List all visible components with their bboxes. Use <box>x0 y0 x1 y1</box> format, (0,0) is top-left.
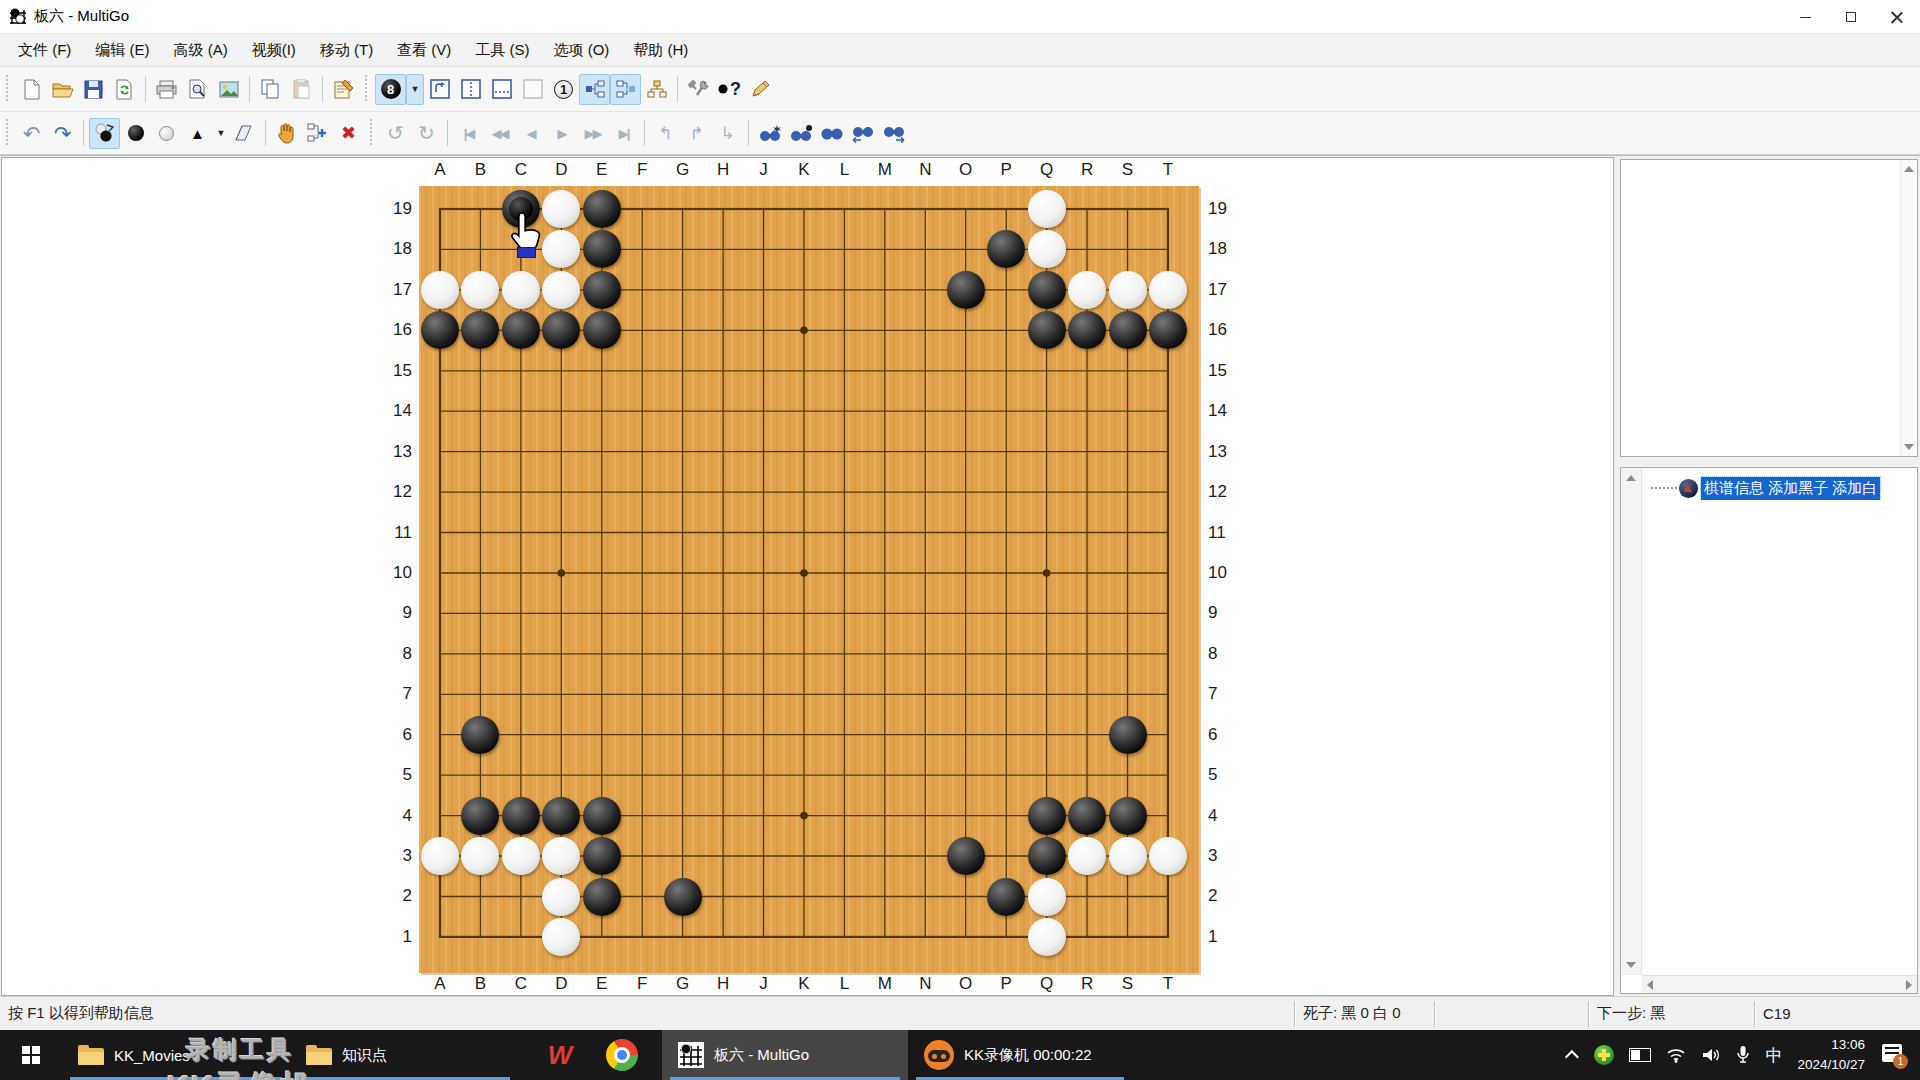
coord-number-left: 17 <box>362 280 412 300</box>
jump-variation-button[interactable]: ↳ <box>712 118 743 149</box>
rewind-button[interactable]: ◀◀ <box>484 118 515 149</box>
coord-letter-bottom: N <box>913 974 937 994</box>
multigo-icon <box>678 1042 704 1068</box>
coord-letter-bottom: F <box>630 974 654 994</box>
coord-number-left: 18 <box>362 239 412 259</box>
black-stone-button[interactable] <box>120 118 151 149</box>
watermark-line2: KK录像机 <box>160 1066 320 1080</box>
show-top-half-button[interactable] <box>486 74 517 105</box>
prev-variation-button[interactable]: ↰ <box>650 118 681 149</box>
tree-horizontal-scrollbar[interactable] <box>1642 975 1917 993</box>
coord-letter-bottom: A <box>428 974 452 994</box>
find-move-button[interactable] <box>785 118 816 149</box>
toolbar-separator <box>447 120 448 146</box>
go-board[interactable] <box>419 186 1199 973</box>
toolbar-separator <box>644 120 645 146</box>
show-full-board-button[interactable] <box>517 74 548 105</box>
context-help-button[interactable]: ? <box>714 74 745 105</box>
scroll-left-icon[interactable] <box>1647 980 1653 990</box>
print-button[interactable] <box>151 74 182 105</box>
coord-number-left: 15 <box>362 361 412 381</box>
watermark-line1: 录制工具 <box>160 1034 320 1066</box>
fast-forward-button[interactable]: ▶▶ <box>577 118 608 149</box>
window-title: 板六 - MultiGo <box>34 7 129 26</box>
coord-number-left: 16 <box>362 320 412 340</box>
triangle-icon: ▲ <box>190 126 205 141</box>
coord-number-left: 12 <box>362 482 412 502</box>
next-variation-button[interactable]: ↱ <box>681 118 712 149</box>
coord-letter-top: R <box>1075 160 1099 180</box>
find-comment-button[interactable] <box>754 118 785 149</box>
menu-file[interactable]: 文件 (F) <box>6 36 83 65</box>
toolbar-grip[interactable] <box>362 75 371 103</box>
coord-number-right: 13 <box>1208 442 1258 462</box>
coord-letter-top: D <box>549 160 573 180</box>
delete-icon: ✖ <box>341 122 356 144</box>
taskbar-item-label: 知识点 <box>342 1046 387 1065</box>
first-move-icon: |◀ <box>464 126 474 141</box>
coord-letter-top: K <box>792 160 816 180</box>
taskbar-item-label: KK录像机 00:00:22 <box>964 1046 1092 1065</box>
forward-button[interactable]: ↻ <box>411 118 442 149</box>
coord-number-left: 7 <box>362 684 412 704</box>
mark-dropdown[interactable]: ▼ <box>213 118 229 149</box>
board-panel: AA1919BB1818CC1717DD1616EE1515FF1414GG13… <box>1 157 1614 996</box>
coord-letter-top: N <box>913 160 937 180</box>
coord-number-right: 8 <box>1208 644 1258 664</box>
undo-button[interactable]: ↶ <box>16 118 47 149</box>
battery-icon[interactable] <box>1629 1048 1651 1062</box>
menu-options[interactable]: 选项 (O) <box>542 36 622 65</box>
coord-letter-top: B <box>468 160 492 180</box>
coord-number-right: 17 <box>1208 280 1258 300</box>
variation-jump-icon: ↳ <box>720 125 734 142</box>
tree-branch-line <box>1651 487 1677 489</box>
coord-letter-bottom: L <box>832 974 856 994</box>
coord-letter-bottom: S <box>1115 974 1139 994</box>
white-stone-button[interactable] <box>151 118 182 149</box>
coord-number-right: 14 <box>1208 401 1258 421</box>
minimize-button[interactable] <box>1782 0 1828 34</box>
coord-number-right: 18 <box>1208 239 1258 259</box>
paste-button[interactable] <box>286 74 317 105</box>
first-move-button[interactable]: |◀ <box>453 118 484 149</box>
coord-letter-top: M <box>873 160 897 180</box>
save-button[interactable] <box>78 74 109 105</box>
coord-number-left: 9 <box>362 603 412 623</box>
scroll-up-icon[interactable] <box>1904 166 1914 172</box>
coord-letter-top: T <box>1156 160 1180 180</box>
scroll-up-icon[interactable] <box>1626 475 1636 481</box>
close-icon <box>1891 11 1903 23</box>
toolbar-separator <box>677 76 678 102</box>
menu-video[interactable]: 视频(I) <box>240 36 308 65</box>
app-icon <box>8 7 28 27</box>
coord-number-left: 6 <box>362 725 412 745</box>
coord-number-left: 13 <box>362 442 412 462</box>
toolbar-edit-nav: ↶ ↷ ▲ ▼ ✖ ↺ ↻ |◀ ◀◀ ◀ ▶ ▶▶ ▶| ↰ ↱ ↳ <box>0 112 1920 155</box>
coord-letter-bottom: J <box>752 974 776 994</box>
status-help-text: 按 F1 以得到帮助信息 <box>0 1004 1294 1023</box>
coord-letter-top: P <box>994 160 1018 180</box>
edit-board-button[interactable] <box>745 74 776 105</box>
taskbar-item-label: 板六 - MultiGo <box>714 1046 809 1065</box>
coord-number-left: 2 <box>362 886 412 906</box>
minimize-icon <box>1800 17 1811 18</box>
status-captures: 死子: 黑 0 白 0 <box>1294 1001 1434 1027</box>
find-next-button[interactable] <box>878 118 909 149</box>
print-preview-button[interactable] <box>182 74 213 105</box>
coord-number-right: 11 <box>1208 523 1258 543</box>
coord-letter-top: G <box>671 160 695 180</box>
clock-time: 13:06 <box>1797 1035 1865 1055</box>
coord-letter-top: F <box>630 160 654 180</box>
export-image-button[interactable] <box>213 74 244 105</box>
game-tree-panel[interactable]: 棋谱信息 添加黑子 添加白 <box>1620 467 1918 994</box>
coord-letter-bottom: H <box>711 974 735 994</box>
game-info-button[interactable] <box>328 74 359 105</box>
coord-letter-top: Q <box>1035 160 1059 180</box>
status-next-player: 下一步: 黑 <box>1588 1001 1754 1027</box>
variation-down-icon: ↱ <box>689 125 703 142</box>
show-left-half-button[interactable] <box>455 74 486 105</box>
redo-button[interactable]: ↷ <box>47 118 78 149</box>
coord-letter-top: H <box>711 160 735 180</box>
volume-icon[interactable] <box>1701 1047 1721 1063</box>
tree-node-label: 棋谱信息 添加黑子 添加白 <box>1701 477 1880 500</box>
ime-indicator[interactable]: 中 <box>1765 1044 1782 1067</box>
windows-logo-icon <box>22 1046 40 1064</box>
coord-number-right: 1 <box>1208 927 1258 947</box>
tree-vertical-scrollbar[interactable] <box>1621 468 1642 975</box>
coord-letter-bottom: O <box>954 974 978 994</box>
tree-layout-button[interactable] <box>641 74 672 105</box>
coord-letter-top: S <box>1115 160 1139 180</box>
scroll-down-icon[interactable] <box>1904 444 1914 450</box>
menu-bar: 文件 (F) 编辑 (E) 高级 (A) 视频(I) 移动 (T) 查看 (V)… <box>0 34 1920 67</box>
toolbar-separator <box>249 76 250 102</box>
coord-letter-bottom: D <box>549 974 573 994</box>
toolbar-grip[interactable] <box>3 119 12 147</box>
coord-letter-bottom: R <box>1075 974 1099 994</box>
coord-number-left: 3 <box>362 846 412 866</box>
notification-center-button[interactable]: 1 <box>1880 1044 1906 1066</box>
chrome-icon <box>606 1039 638 1071</box>
last-move-icon: ▶| <box>619 126 629 141</box>
folder-icon <box>78 1045 104 1065</box>
next-move-icon: ▶ <box>558 126 566 141</box>
coord-letter-top: A <box>428 160 452 180</box>
tree-compact-button[interactable] <box>610 74 641 105</box>
coord-letter-top: C <box>509 160 533 180</box>
close-button[interactable] <box>1874 0 1920 34</box>
scroll-right-icon[interactable] <box>1906 980 1912 990</box>
new-file-button[interactable] <box>16 74 47 105</box>
coord-number-right: 6 <box>1208 725 1258 745</box>
toolbar-grip[interactable] <box>367 119 376 147</box>
clock[interactable]: 13:06 2024/10/27 <box>1797 1035 1865 1074</box>
toolbar-separator <box>83 120 84 146</box>
coord-letter-bottom: B <box>468 974 492 994</box>
microphone-icon[interactable] <box>1736 1045 1750 1065</box>
toolbar-separator <box>145 76 146 102</box>
back-circle-icon: ↺ <box>387 123 404 143</box>
coord-number-right: 10 <box>1208 563 1258 583</box>
pass-move-button[interactable] <box>424 74 455 105</box>
menu-view[interactable]: 查看 (V) <box>385 36 463 65</box>
coord-number-left: 14 <box>362 401 412 421</box>
renumber-button[interactable]: 1 <box>548 74 579 105</box>
chevron-down-icon: ▼ <box>411 84 420 94</box>
menu-move[interactable]: 移动 (T) <box>308 36 385 65</box>
antivirus-tray-icon[interactable] <box>1594 1045 1614 1065</box>
clock-date: 2024/10/27 <box>1797 1055 1865 1075</box>
coord-letter-bottom: K <box>792 974 816 994</box>
tree-node-icon <box>1679 479 1698 498</box>
menu-tools[interactable]: 工具 (S) <box>463 36 541 65</box>
coord-number-left: 19 <box>362 199 412 219</box>
pan-hand-button[interactable] <box>271 118 302 149</box>
coord-letter-top: L <box>832 160 856 180</box>
last-move-button[interactable]: ▶| <box>608 118 639 149</box>
coord-number-right: 3 <box>1208 846 1258 866</box>
menu-help[interactable]: 帮助 (H) <box>621 36 700 65</box>
coord-number-left: 11 <box>362 523 412 543</box>
back-button[interactable]: ↺ <box>380 118 411 149</box>
taskbar-item-recorder[interactable]: KK录像机 00:00:22 <box>908 1030 1132 1080</box>
hidden-icons-chevron[interactable] <box>1565 1050 1579 1064</box>
find-button[interactable] <box>816 118 847 149</box>
status-empty-segment <box>1434 1001 1588 1027</box>
notification-badge: 1 <box>1893 1054 1908 1069</box>
black-stone-icon <box>128 125 144 141</box>
kk-recorder-icon <box>924 1040 954 1070</box>
prev-move-icon: ◀ <box>527 126 535 141</box>
coord-number-left: 5 <box>362 765 412 785</box>
tree-root-node[interactable]: 棋谱信息 添加黑子 添加白 <box>1651 476 1917 500</box>
toolbar-separator <box>748 120 749 146</box>
recorder-watermark: 录制工具 KK录像机 <box>160 1034 320 1080</box>
coord-number-right: 9 <box>1208 603 1258 623</box>
triangle-mark-button[interactable]: ▲ <box>182 118 213 149</box>
eight-ball-icon: 8 <box>381 79 401 99</box>
toolbar-grip[interactable] <box>3 75 12 103</box>
toolbar-separator <box>322 76 323 102</box>
menu-advanced[interactable]: 高级 (A) <box>162 36 240 65</box>
delete-node-button[interactable]: ✖ <box>333 118 364 149</box>
coord-letter-bottom: Q <box>1035 974 1059 994</box>
coord-letter-bottom: M <box>873 974 897 994</box>
comment-panel[interactable] <box>1620 159 1918 457</box>
insert-node-button[interactable] <box>302 118 333 149</box>
reload-file-button[interactable] <box>109 74 140 105</box>
one-ball-icon: 1 <box>554 80 573 99</box>
status-mouse-coord: C19 <box>1754 1001 1920 1027</box>
copy-button[interactable] <box>255 74 286 105</box>
wifi-icon[interactable] <box>1666 1047 1686 1063</box>
toolbar-separator <box>265 120 266 146</box>
fast-forward-icon: ▶▶ <box>585 126 601 141</box>
coord-letter-bottom: T <box>1156 974 1180 994</box>
tools-button[interactable] <box>683 74 714 105</box>
main-area: AA1919BB1818CC1717DD1616EE1515FF1414GG13… <box>0 155 1920 996</box>
coord-number-left: 10 <box>362 563 412 583</box>
taskbar-item-wps[interactable]: W <box>536 1030 584 1080</box>
open-file-button[interactable] <box>47 74 78 105</box>
eraser-button[interactable] <box>229 118 260 149</box>
coord-number-right: 2 <box>1208 886 1258 906</box>
wps-icon: W <box>548 1040 573 1071</box>
coord-letter-top: O <box>954 160 978 180</box>
alternate-stones-button[interactable] <box>89 118 120 149</box>
maximize-button[interactable] <box>1828 0 1874 34</box>
rewind-icon: ◀◀ <box>492 126 508 141</box>
undo-icon: ↶ <box>23 123 41 144</box>
white-stone-icon <box>159 126 174 141</box>
forward-circle-icon: ↻ <box>418 123 435 143</box>
move-number-dropdown[interactable]: ▼ <box>406 74 424 105</box>
coord-number-right: 4 <box>1208 806 1258 826</box>
start-button[interactable] <box>0 1030 62 1080</box>
prev-move-button[interactable]: ◀ <box>515 118 546 149</box>
redo-icon: ↷ <box>54 123 72 144</box>
coord-letter-bottom: P <box>994 974 1018 994</box>
variation-up-icon: ↰ <box>658 125 672 142</box>
question-icon: ? <box>730 80 741 98</box>
title-bar: 板六 - MultiGo <box>0 0 1920 34</box>
toolbar-standard: 8 ▼ 1 ? <box>0 67 1920 112</box>
coord-letter-bottom: E <box>590 974 614 994</box>
coord-number-right: 15 <box>1208 361 1258 381</box>
find-prev-button[interactable] <box>847 118 878 149</box>
maximize-icon <box>1846 12 1856 22</box>
coord-number-left: 8 <box>362 644 412 664</box>
taskbar-item-zhishidian[interactable]: 知识点 <box>290 1030 518 1080</box>
taskbar-item-chrome[interactable] <box>598 1030 646 1080</box>
menu-edit[interactable]: 编辑 (E) <box>83 36 161 65</box>
coord-number-left: 1 <box>362 927 412 947</box>
coord-letter-top: E <box>590 160 614 180</box>
coord-number-right: 12 <box>1208 482 1258 502</box>
next-move-button[interactable]: ▶ <box>546 118 577 149</box>
coord-number-right: 5 <box>1208 765 1258 785</box>
chevron-down-icon: ▼ <box>217 128 226 138</box>
tree-view-button[interactable] <box>579 74 610 105</box>
coord-letter-bottom: C <box>509 974 533 994</box>
system-tray: 中 13:06 2024/10/27 1 <box>1569 1030 1920 1080</box>
status-bar: 按 F1 以得到帮助信息 死子: 黑 0 白 0 下一步: 黑 C19 <box>0 996 1920 1030</box>
coord-letter-bottom: G <box>671 974 695 994</box>
comment-scrollbar[interactable] <box>1900 160 1917 456</box>
coord-letter-top: J <box>752 160 776 180</box>
coord-number-left: 4 <box>362 806 412 826</box>
coord-number-right: 19 <box>1208 199 1258 219</box>
scroll-down-icon[interactable] <box>1626 962 1636 968</box>
move-number-button[interactable]: 8 <box>375 74 406 105</box>
taskbar-item-multigo[interactable]: 板六 - MultiGo <box>662 1030 908 1080</box>
coord-number-right: 16 <box>1208 320 1258 340</box>
coord-number-right: 7 <box>1208 684 1258 704</box>
